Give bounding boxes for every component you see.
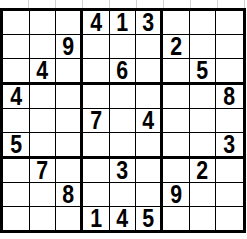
sudoku-cell-r9c5[interactable]: 4 <box>110 207 137 230</box>
sudoku-cell-r1c8[interactable] <box>190 11 217 35</box>
sudoku-cell-r1c2[interactable] <box>30 11 57 35</box>
cell-digit: 8 <box>224 85 236 108</box>
sudoku-cell-r4c9[interactable]: 8 <box>216 85 243 109</box>
sudoku-cell-r2c1[interactable] <box>3 35 30 59</box>
sudoku-cell-r5c5[interactable] <box>110 109 137 133</box>
cell-digit: 3 <box>117 159 129 182</box>
sudoku-cell-r5c8[interactable] <box>190 109 217 133</box>
sudoku-cell-r8c7[interactable]: 9 <box>163 183 190 207</box>
sudoku-cell-r4c7[interactable] <box>163 85 190 109</box>
sudoku-cell-r6c7[interactable] <box>163 133 190 159</box>
cell-digit: 4 <box>10 85 22 108</box>
sudoku-cell-r8c1[interactable] <box>3 183 30 207</box>
sudoku-cell-r5c2[interactable] <box>30 109 57 133</box>
sudoku-cell-r9c6[interactable]: 5 <box>136 207 163 230</box>
sudoku-cell-r1c4[interactable]: 4 <box>83 11 110 35</box>
sudoku-cell-r2c3[interactable]: 9 <box>56 35 83 59</box>
sudoku-cell-r9c2[interactable] <box>30 207 57 230</box>
sudoku-cell-r3c3[interactable] <box>56 59 83 85</box>
sudoku-cell-r9c3[interactable] <box>56 207 83 230</box>
sudoku-cell-r7c5[interactable]: 3 <box>110 159 137 183</box>
cell-digit: 4 <box>90 11 102 34</box>
sudoku-cell-r3c2[interactable]: 4 <box>30 59 57 85</box>
cell-digit: 4 <box>117 207 129 230</box>
sudoku-cell-r4c3[interactable] <box>56 85 83 109</box>
cell-digit: 5 <box>10 133 22 156</box>
sudoku-cell-r1c9[interactable] <box>216 11 243 35</box>
sudoku-cell-r3c5[interactable]: 6 <box>110 59 137 85</box>
sudoku-cell-r3c4[interactable] <box>83 59 110 85</box>
cell-digit: 9 <box>62 35 74 58</box>
sudoku-cell-r9c4[interactable]: 1 <box>83 207 110 230</box>
sudoku-cell-r2c9[interactable] <box>216 35 243 59</box>
sudoku-cell-r9c1[interactable] <box>3 207 30 230</box>
sudoku-cell-r7c8[interactable]: 2 <box>190 159 217 183</box>
sudoku-cell-r4c1[interactable]: 4 <box>3 85 30 109</box>
sudoku-cell-r9c7[interactable] <box>163 207 190 230</box>
sudoku-cell-r8c9[interactable] <box>216 183 243 207</box>
sudoku-cell-r9c9[interactable] <box>216 207 243 230</box>
cell-digit: 4 <box>142 109 154 132</box>
sudoku-cell-r2c4[interactable] <box>83 35 110 59</box>
cell-digit: 7 <box>90 109 102 132</box>
sudoku-cell-r5c6[interactable]: 4 <box>136 109 163 133</box>
sudoku-cell-r4c8[interactable] <box>190 85 217 109</box>
sudoku-cell-r7c6[interactable] <box>136 159 163 183</box>
sudoku-board: 4139246548745373289145 <box>0 8 246 233</box>
cell-digit: 6 <box>117 59 129 82</box>
sudoku-cell-r2c7[interactable]: 2 <box>163 35 190 59</box>
sudoku-cell-r8c8[interactable] <box>190 183 217 207</box>
cell-digit: 5 <box>197 59 209 82</box>
sudoku-cell-r2c6[interactable] <box>136 35 163 59</box>
sudoku-cell-r5c4[interactable]: 7 <box>83 109 110 133</box>
sudoku-cell-r3c7[interactable] <box>163 59 190 85</box>
cell-digit: 3 <box>142 11 154 34</box>
sudoku-cell-r7c1[interactable] <box>3 159 30 183</box>
sudoku-screenshot: 4139246548745373289145 <box>0 0 247 239</box>
sudoku-cell-r6c9[interactable]: 3 <box>216 133 243 159</box>
sudoku-cell-r1c1[interactable] <box>3 11 30 35</box>
cell-digit: 1 <box>117 11 129 34</box>
sudoku-cell-r8c3[interactable]: 8 <box>56 183 83 207</box>
sudoku-cell-r7c9[interactable] <box>216 159 243 183</box>
sudoku-cell-r7c4[interactable] <box>83 159 110 183</box>
sudoku-cell-r6c4[interactable] <box>83 133 110 159</box>
sudoku-cell-r6c6[interactable] <box>136 133 163 159</box>
sudoku-cell-r5c3[interactable] <box>56 109 83 133</box>
sudoku-cell-r9c8[interactable] <box>190 207 217 230</box>
cell-digit: 1 <box>90 207 102 230</box>
cell-digit: 4 <box>37 59 49 82</box>
sudoku-cell-r7c2[interactable]: 7 <box>30 159 57 183</box>
sudoku-cell-r4c5[interactable] <box>110 85 137 109</box>
sudoku-cell-r1c5[interactable]: 1 <box>110 11 137 35</box>
sudoku-cell-r3c6[interactable] <box>136 59 163 85</box>
cell-digit: 5 <box>142 207 154 230</box>
sudoku-cell-r3c8[interactable]: 5 <box>190 59 217 85</box>
sudoku-cell-r4c2[interactable] <box>30 85 57 109</box>
sudoku-cell-r1c6[interactable]: 3 <box>136 11 163 35</box>
cell-digit: 2 <box>197 159 209 182</box>
sudoku-cell-r6c3[interactable] <box>56 133 83 159</box>
sudoku-cell-r8c2[interactable] <box>30 183 57 207</box>
cell-digit: 2 <box>170 35 182 58</box>
cell-digit: 8 <box>62 183 74 206</box>
sudoku-cell-r5c7[interactable] <box>163 109 190 133</box>
cell-digit: 3 <box>224 133 236 156</box>
sudoku-cell-r6c1[interactable]: 5 <box>3 133 30 159</box>
cell-digit: 9 <box>170 183 182 206</box>
cell-digit: 7 <box>37 159 49 182</box>
